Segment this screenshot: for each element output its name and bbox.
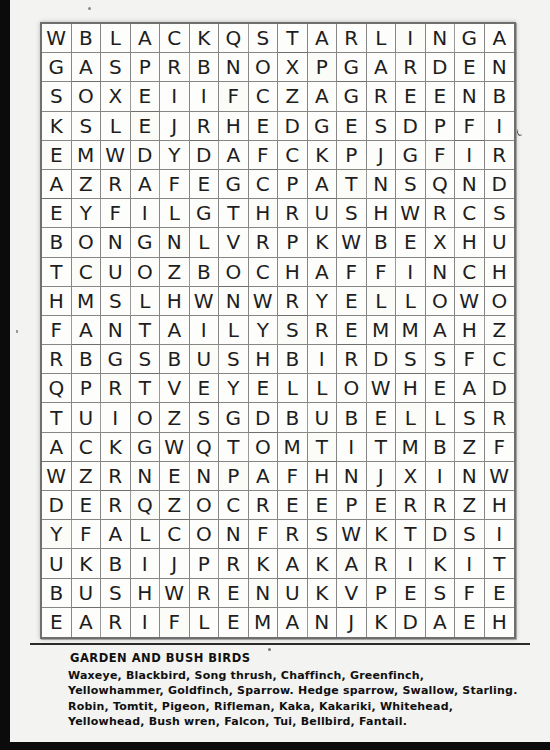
grid-cell: W: [485, 462, 515, 491]
grid-cell: A: [308, 24, 338, 53]
grid-cell: F: [72, 520, 102, 549]
grid-cell: H: [160, 287, 190, 316]
grid-cell: W: [160, 579, 190, 608]
grid-cell: O: [337, 374, 367, 403]
grid-cell: P: [190, 549, 220, 578]
grid-cell: R: [101, 608, 131, 637]
grid-cell: P: [219, 462, 249, 491]
grid-cell: G: [42, 53, 72, 82]
grid-cell: R: [278, 199, 308, 228]
grid-cell: E: [396, 82, 426, 111]
grid-cell: A: [42, 433, 72, 462]
grid-cell: I: [101, 403, 131, 432]
grid-cell: I: [455, 549, 485, 578]
grid-cell: E: [249, 112, 279, 141]
grid-cell: N: [455, 82, 485, 111]
grid-cell: B: [101, 549, 131, 578]
grid-cell: D: [426, 520, 456, 549]
grid-cell: S: [72, 112, 102, 141]
grid-cell: I: [190, 82, 220, 111]
grid-cell: S: [396, 170, 426, 199]
grid-cell: B: [367, 228, 397, 257]
grid-cell: N: [308, 608, 338, 637]
grid-cell: A: [160, 316, 190, 345]
grid-cell: H: [485, 491, 515, 520]
grid-cell: I: [160, 82, 190, 111]
grid-cell: G: [219, 403, 249, 432]
grid-cell: T: [131, 374, 161, 403]
grid-cell: Y: [42, 520, 72, 549]
grid-cell: C: [160, 520, 190, 549]
grid-cell: S: [219, 345, 249, 374]
grid-cell: N: [190, 462, 220, 491]
grid-cell: D: [190, 141, 220, 170]
grid-cell: N: [101, 316, 131, 345]
grid-cell: G: [308, 112, 338, 141]
grid-cell: M: [396, 433, 426, 462]
grid-cell: M: [72, 287, 102, 316]
grid-cell: U: [190, 345, 220, 374]
grid-cell: U: [278, 579, 308, 608]
grid-cell: N: [485, 53, 515, 82]
grid-cell: G: [101, 345, 131, 374]
grid-cell: D: [249, 403, 279, 432]
grid-cell: O: [485, 287, 515, 316]
grid-cell: J: [367, 462, 397, 491]
grid-cell: C: [278, 141, 308, 170]
grid-cell: M: [367, 316, 397, 345]
grid-cell: J: [160, 112, 190, 141]
grid-cell: K: [308, 579, 338, 608]
grid-cell: R: [42, 345, 72, 374]
grid-cell: L: [131, 287, 161, 316]
grid-cell: E: [396, 228, 426, 257]
grid-cell: O: [249, 433, 279, 462]
grid-cell: E: [396, 579, 426, 608]
grid-cell: E: [42, 608, 72, 637]
grid-cell: C: [249, 82, 279, 111]
grid-cell: D: [396, 608, 426, 637]
grid-cell: M: [72, 141, 102, 170]
grid-cell: S: [455, 403, 485, 432]
grid-cell: K: [101, 433, 131, 462]
grid-cell: S: [308, 520, 338, 549]
word-list-line: Waxeye, Blackbird, Song thrush, Chaffinc…: [68, 668, 533, 683]
grid-cell: A: [308, 258, 338, 287]
grid-cell: Z: [160, 403, 190, 432]
grid-cell: X: [396, 462, 426, 491]
grid-cell: W: [42, 462, 72, 491]
grid-cell: Y: [308, 287, 338, 316]
grid-cell: K: [308, 549, 338, 578]
word-list: GARDEN AND BUSH BIRDS Waxeye, Blackbird,…: [68, 651, 533, 729]
grid-cell: B: [190, 53, 220, 82]
grid-cell: A: [308, 82, 338, 111]
grid-cell: S: [190, 403, 220, 432]
bottom-edge-bar: [0, 742, 550, 750]
grid-cell: D: [367, 345, 397, 374]
grid-cell: C: [455, 258, 485, 287]
grid-cell: E: [42, 199, 72, 228]
grid-cell: H: [131, 579, 161, 608]
grid-cell: S: [101, 287, 131, 316]
grid-cell: F: [160, 608, 190, 637]
grid-cell: V: [160, 374, 190, 403]
grid-cell: U: [42, 549, 72, 578]
grid-cell: I: [396, 24, 426, 53]
grid-cell: G: [131, 433, 161, 462]
grid-cell: O: [72, 82, 102, 111]
grid-cell: A: [455, 374, 485, 403]
grid-cell: P: [278, 228, 308, 257]
scan-speck: [516, 129, 522, 137]
grid-cell: H: [249, 345, 279, 374]
grid-cell: K: [426, 549, 456, 578]
grid-cell: F: [160, 170, 190, 199]
grid-cell: R: [160, 53, 190, 82]
grid-cell: P: [72, 374, 102, 403]
grid-cell: L: [367, 287, 397, 316]
grid-cell: D: [396, 112, 426, 141]
grid-cell: C: [72, 258, 102, 287]
grid-cell: B: [42, 228, 72, 257]
grid-cell: C: [485, 345, 515, 374]
grid-cell: O: [219, 258, 249, 287]
grid-cell: E: [42, 141, 72, 170]
grid-cell: A: [485, 24, 515, 53]
grid-cell: S: [131, 345, 161, 374]
grid-cell: N: [219, 53, 249, 82]
grid-cell: E: [455, 608, 485, 637]
grid-cell: H: [485, 608, 515, 637]
grid-cell: T: [396, 520, 426, 549]
grid-cell: Q: [426, 170, 456, 199]
grid-cell: R: [485, 141, 515, 170]
grid-cell: F: [278, 462, 308, 491]
grid-cell: E: [278, 491, 308, 520]
grid-cell: J: [337, 608, 367, 637]
grid-cell: I: [426, 462, 456, 491]
grid-cell: U: [308, 199, 338, 228]
grid-cell: S: [367, 112, 397, 141]
grid-cell: L: [396, 403, 426, 432]
grid-cell: P: [426, 112, 456, 141]
grid-cell: E: [367, 403, 397, 432]
grid-cell: L: [131, 520, 161, 549]
grid-cell: R: [101, 170, 131, 199]
word-list-line: Robin, Tomtit, Pigeon, Rifleman, Kaka, K…: [68, 699, 533, 714]
grid-cell: L: [396, 287, 426, 316]
separator-line: [30, 643, 530, 645]
grid-cell: I: [396, 549, 426, 578]
grid-cell: S: [396, 345, 426, 374]
grid-cell: O: [190, 491, 220, 520]
grid-cell: F: [249, 520, 279, 549]
grid-cell: N: [337, 462, 367, 491]
grid-cell: H: [367, 199, 397, 228]
grid-cell: N: [219, 287, 249, 316]
grid-cell: A: [72, 608, 102, 637]
grid-cell: D: [278, 112, 308, 141]
grid-cell: F: [249, 141, 279, 170]
grid-cell: T: [308, 433, 338, 462]
grid-cell: T: [42, 403, 72, 432]
grid-cell: E: [455, 53, 485, 82]
grid-cell: E: [485, 579, 515, 608]
grid-cell: F: [455, 112, 485, 141]
grid-cell: A: [278, 608, 308, 637]
grid-cell: H: [278, 258, 308, 287]
grid-cell: E: [219, 608, 249, 637]
grid-cell: H: [219, 112, 249, 141]
grid-cell: T: [219, 199, 249, 228]
grid-cell: O: [131, 403, 161, 432]
grid-cell: Y: [249, 316, 279, 345]
grid-cell: E: [72, 491, 102, 520]
grid-cell: G: [131, 228, 161, 257]
word-list-line: Yellowhead, Bush wren, Falcon, Tui, Bell…: [68, 714, 533, 729]
grid-cell: F: [219, 82, 249, 111]
grid-cell: N: [426, 24, 456, 53]
grid-cell: A: [101, 520, 131, 549]
grid-cell: N: [131, 462, 161, 491]
grid-cell: G: [396, 141, 426, 170]
grid-cell: N: [426, 258, 456, 287]
grid-cell: F: [426, 141, 456, 170]
grid-cell: F: [455, 345, 485, 374]
grid-cell: R: [337, 24, 367, 53]
grid-cell: S: [278, 316, 308, 345]
grid-cell: W: [190, 287, 220, 316]
grid-cell: L: [160, 199, 190, 228]
grid-cell: M: [249, 608, 279, 637]
grid-cell: V: [219, 228, 249, 257]
grid-cell: R: [426, 199, 456, 228]
grid-cell: N: [367, 170, 397, 199]
grid-cell: O: [426, 287, 456, 316]
grid-cell: F: [42, 316, 72, 345]
grid-cell: R: [485, 403, 515, 432]
grid-cell: B: [72, 24, 102, 53]
grid-cell: A: [131, 24, 161, 53]
grid-cell: B: [72, 345, 102, 374]
grid-cell: Q: [42, 374, 72, 403]
grid-cell: T: [42, 258, 72, 287]
grid-cell: Z: [160, 491, 190, 520]
grid-cell: C: [249, 258, 279, 287]
grid-cell: Z: [455, 433, 485, 462]
grid-cell: B: [42, 579, 72, 608]
grid-cell: M: [278, 433, 308, 462]
grid-cell: W: [160, 433, 190, 462]
grid-cell: W: [396, 199, 426, 228]
grid-cell: H: [308, 462, 338, 491]
grid-cell: A: [249, 462, 279, 491]
grid-cell: I: [308, 345, 338, 374]
grid-cell: O: [72, 228, 102, 257]
grid-cell: D: [426, 53, 456, 82]
grid-cell: P: [278, 170, 308, 199]
grid-cell: U: [101, 258, 131, 287]
grid-cell: C: [219, 491, 249, 520]
grid-cell: F: [485, 433, 515, 462]
grid-cell: S: [426, 579, 456, 608]
grid-cell: N: [455, 462, 485, 491]
grid-cell: W: [367, 374, 397, 403]
grid-cell: W: [249, 287, 279, 316]
grid-cell: V: [337, 579, 367, 608]
puzzle-title: GARDEN AND BUSH BIRDS: [70, 651, 533, 665]
grid-cell: P: [337, 491, 367, 520]
grid-cell: R: [396, 53, 426, 82]
grid-cell: N: [101, 228, 131, 257]
grid-cell: U: [308, 403, 338, 432]
grid-cell: I: [485, 112, 515, 141]
grid-cell: E: [131, 112, 161, 141]
grid-cell: R: [101, 374, 131, 403]
grid-cell: I: [131, 549, 161, 578]
grid-cell: K: [42, 112, 72, 141]
grid-cell: E: [308, 491, 338, 520]
grid-cell: E: [426, 82, 456, 111]
wordsearch-grid: WBLACKQSTARLINGAGASPRBNOXPGARDENSOXEIIFC…: [40, 22, 516, 639]
grid-cell: A: [426, 316, 456, 345]
grid-cell: N: [219, 520, 249, 549]
grid-cell: A: [308, 170, 338, 199]
grid-cell: H: [455, 316, 485, 345]
grid-cell: H: [455, 228, 485, 257]
grid-cell: D: [42, 491, 72, 520]
grid-cell: T: [131, 316, 161, 345]
grid-cell: A: [72, 53, 102, 82]
grid-cell: P: [308, 53, 338, 82]
grid-cell: P: [337, 141, 367, 170]
grid-cell: W: [101, 141, 131, 170]
grid-cell: Q: [219, 24, 249, 53]
scan-speck: [16, 330, 18, 333]
grid-cell: T: [219, 433, 249, 462]
grid-cell: S: [42, 82, 72, 111]
grid-cell: Z: [278, 82, 308, 111]
grid-cell: L: [426, 403, 456, 432]
grid-cell: R: [426, 491, 456, 520]
grid-cell: L: [190, 608, 220, 637]
grid-cell: R: [367, 82, 397, 111]
grid-cell: F: [455, 579, 485, 608]
grid-cell: E: [337, 287, 367, 316]
grid-cell: S: [485, 199, 515, 228]
grid-cell: K: [308, 141, 338, 170]
grid-cell: A: [131, 170, 161, 199]
grid-cell: G: [219, 170, 249, 199]
grid-cell: S: [337, 199, 367, 228]
grid-cell: E: [219, 579, 249, 608]
grid-cell: X: [426, 228, 456, 257]
grid-cell: L: [101, 112, 131, 141]
grid-cell: K: [367, 520, 397, 549]
grid-cell: Y: [72, 199, 102, 228]
grid-cell: A: [337, 549, 367, 578]
grid-cell: Z: [485, 316, 515, 345]
grid-cell: P: [367, 579, 397, 608]
grid-cell: G: [455, 24, 485, 53]
grid-cell: I: [190, 316, 220, 345]
grid-cell: R: [278, 287, 308, 316]
grid-cell: L: [367, 24, 397, 53]
grid-cell: G: [337, 82, 367, 111]
grid-cell: G: [337, 53, 367, 82]
grid-cell: E: [160, 462, 190, 491]
grid-cell: B: [190, 258, 220, 287]
grid-cell: D: [131, 141, 161, 170]
grid-cell: Y: [219, 374, 249, 403]
grid-cell: W: [42, 24, 72, 53]
grid-cell: R: [249, 228, 279, 257]
grid-cell: B: [160, 345, 190, 374]
grid-cell: F: [367, 258, 397, 287]
grid-cell: K: [367, 608, 397, 637]
grid-cell: S: [426, 345, 456, 374]
grid-cell: W: [455, 287, 485, 316]
grid-cell: R: [367, 549, 397, 578]
grid-cell: U: [72, 579, 102, 608]
grid-cell: U: [72, 403, 102, 432]
grid-cell: S: [101, 579, 131, 608]
grid-cell: R: [101, 462, 131, 491]
grid-cell: O: [190, 520, 220, 549]
grid-cell: B: [337, 403, 367, 432]
grid-cell: J: [367, 141, 397, 170]
grid-cell: F: [101, 199, 131, 228]
grid-cell: Q: [131, 491, 161, 520]
grid-cell: N: [160, 228, 190, 257]
grid-cell: Q: [190, 433, 220, 462]
grid-cell: R: [308, 316, 338, 345]
grid-cell: S: [455, 520, 485, 549]
grid-cell: W: [337, 520, 367, 549]
grid-cell: X: [101, 82, 131, 111]
grid-cell: C: [160, 24, 190, 53]
grid-cell: O: [249, 53, 279, 82]
grid-cell: K: [308, 228, 338, 257]
grid-cell: E: [249, 374, 279, 403]
grid-cell: E: [190, 374, 220, 403]
grid-cell: D: [485, 170, 515, 199]
grid-cell: A: [42, 170, 72, 199]
grid-cell: T: [337, 170, 367, 199]
grid-cell: Y: [160, 141, 190, 170]
grid-cell: R: [190, 579, 220, 608]
grid-cell: R: [190, 112, 220, 141]
grid-cell: S: [249, 24, 279, 53]
grid-cell: H: [42, 287, 72, 316]
grid-cell: R: [278, 520, 308, 549]
grid-cell: R: [337, 345, 367, 374]
grid-cell: I: [455, 141, 485, 170]
grid-cell: A: [367, 53, 397, 82]
grid-cell: T: [485, 549, 515, 578]
grid-cell: B: [426, 433, 456, 462]
grid-cell: R: [101, 491, 131, 520]
grid-cell: R: [219, 549, 249, 578]
grid-cell: E: [426, 374, 456, 403]
scan-speck: [268, 648, 271, 651]
grid-cell: L: [219, 316, 249, 345]
right-edge-bar: [0, 0, 10, 750]
grid-cell: F: [337, 258, 367, 287]
grid-cell: X: [278, 53, 308, 82]
grid-cell: W: [337, 228, 367, 257]
